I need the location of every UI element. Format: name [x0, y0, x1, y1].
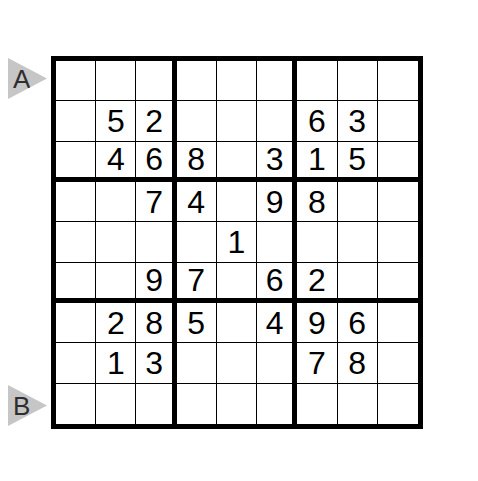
cell-r7c8[interactable]: 6: [338, 303, 378, 343]
cell-r9c3[interactable]: [136, 384, 176, 424]
cell-r3c4[interactable]: 8: [177, 142, 217, 182]
cell-r5c5[interactable]: 1: [217, 222, 257, 262]
cell-r4c5[interactable]: [217, 182, 257, 222]
cell-r9c5[interactable]: [217, 384, 257, 424]
cell-r5c1[interactable]: [56, 222, 96, 262]
cell-r3c6[interactable]: 3: [257, 142, 297, 182]
cell-r5c7[interactable]: [297, 222, 337, 262]
cell-r9c6[interactable]: [257, 384, 297, 424]
cell-r6c8[interactable]: [338, 263, 378, 303]
cell-r5c8[interactable]: [338, 222, 378, 262]
cell-r1c8[interactable]: [338, 61, 378, 101]
cell-r1c2[interactable]: [96, 61, 136, 101]
cell-r6c6[interactable]: 6: [257, 263, 297, 303]
cell-r2c9[interactable]: [378, 101, 418, 141]
cell-r8c6[interactable]: [257, 343, 297, 383]
cell-r6c5[interactable]: [217, 263, 257, 303]
cell-r7c4[interactable]: 5: [177, 303, 217, 343]
cell-r1c4[interactable]: [177, 61, 217, 101]
row-marker-a-label: A: [8, 66, 30, 92]
cell-r2c4[interactable]: [177, 101, 217, 141]
cell-r5c9[interactable]: [378, 222, 418, 262]
cell-r1c9[interactable]: [378, 61, 418, 101]
sudoku-grid: 52634683157498197622854961378: [51, 56, 423, 429]
cell-r6c3[interactable]: 9: [136, 263, 176, 303]
cell-r1c1[interactable]: [56, 61, 96, 101]
cell-r3c3[interactable]: 6: [136, 142, 176, 182]
cell-r2c2[interactable]: 5: [96, 101, 136, 141]
cell-r4c9[interactable]: [378, 182, 418, 222]
cell-r8c4[interactable]: [177, 343, 217, 383]
cell-r9c1[interactable]: [56, 384, 96, 424]
row-marker-b-triangle-icon: B: [8, 385, 47, 426]
cell-r6c4[interactable]: 7: [177, 263, 217, 303]
cell-r2c5[interactable]: [217, 101, 257, 141]
cell-r3c1[interactable]: [56, 142, 96, 182]
cell-r6c1[interactable]: [56, 263, 96, 303]
cell-r8c3[interactable]: 3: [136, 343, 176, 383]
cell-r5c4[interactable]: [177, 222, 217, 262]
cell-r9c7[interactable]: [297, 384, 337, 424]
cell-r8c1[interactable]: [56, 343, 96, 383]
cell-r4c8[interactable]: [338, 182, 378, 222]
row-marker-a-triangle-icon: A: [8, 58, 47, 99]
cell-r5c6[interactable]: [257, 222, 297, 262]
cell-r9c2[interactable]: [96, 384, 136, 424]
cell-r2c8[interactable]: 3: [338, 101, 378, 141]
cell-r3c5[interactable]: [217, 142, 257, 182]
cell-r2c3[interactable]: 2: [136, 101, 176, 141]
cell-r2c6[interactable]: [257, 101, 297, 141]
cell-r9c4[interactable]: [177, 384, 217, 424]
cell-r7c1[interactable]: [56, 303, 96, 343]
cell-r6c9[interactable]: [378, 263, 418, 303]
cell-r3c2[interactable]: 4: [96, 142, 136, 182]
cell-r4c1[interactable]: [56, 182, 96, 222]
cell-r4c3[interactable]: 7: [136, 182, 176, 222]
cell-r7c7[interactable]: 9: [297, 303, 337, 343]
cell-r4c4[interactable]: 4: [177, 182, 217, 222]
cell-r5c3[interactable]: [136, 222, 176, 262]
cell-r3c8[interactable]: 5: [338, 142, 378, 182]
cell-r8c5[interactable]: [217, 343, 257, 383]
cell-r7c2[interactable]: 2: [96, 303, 136, 343]
cell-r8c2[interactable]: 1: [96, 343, 136, 383]
cell-r6c7[interactable]: 2: [297, 263, 337, 303]
row-marker-b-label: B: [8, 393, 30, 419]
cell-r3c7[interactable]: 1: [297, 142, 337, 182]
cell-r3c9[interactable]: [378, 142, 418, 182]
cell-r7c6[interactable]: 4: [257, 303, 297, 343]
cell-r1c3[interactable]: [136, 61, 176, 101]
cell-r1c7[interactable]: [297, 61, 337, 101]
cell-r4c7[interactable]: 8: [297, 182, 337, 222]
puzzle-page: A 52634683157498197622854961378 B: [0, 0, 478, 481]
cell-r8c9[interactable]: [378, 343, 418, 383]
cell-r8c7[interactable]: 7: [297, 343, 337, 383]
cell-r2c1[interactable]: [56, 101, 96, 141]
cell-r1c5[interactable]: [217, 61, 257, 101]
cell-r9c9[interactable]: [378, 384, 418, 424]
cell-r4c2[interactable]: [96, 182, 136, 222]
cell-r4c6[interactable]: 9: [257, 182, 297, 222]
cell-r5c2[interactable]: [96, 222, 136, 262]
cell-r7c5[interactable]: [217, 303, 257, 343]
cell-r7c3[interactable]: 8: [136, 303, 176, 343]
cell-r8c8[interactable]: 8: [338, 343, 378, 383]
cell-r1c6[interactable]: [257, 61, 297, 101]
cell-r7c9[interactable]: [378, 303, 418, 343]
cell-r9c8[interactable]: [338, 384, 378, 424]
cell-r2c7[interactable]: 6: [297, 101, 337, 141]
cell-r6c2[interactable]: [96, 263, 136, 303]
